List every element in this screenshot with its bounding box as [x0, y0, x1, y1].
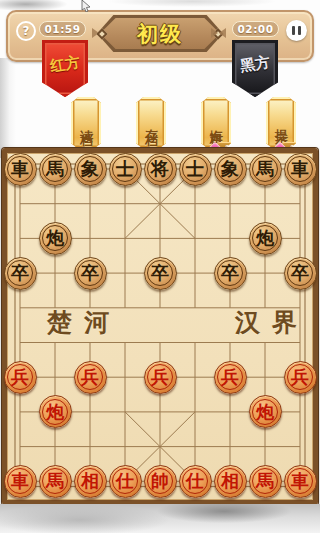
piece-black-士-f5r0[interactable]: 士	[179, 153, 212, 186]
piece-glyph: 将	[151, 160, 169, 178]
ink-wash-left	[0, 58, 16, 158]
red-timer: 01:59	[39, 21, 86, 37]
piece-red-兵-f8r6[interactable]: 兵	[284, 361, 317, 394]
question-icon: ?	[23, 24, 30, 38]
piece-black-炮-f1r2[interactable]: 炮	[39, 222, 72, 255]
xiangqi-board[interactable]: 楚河 汉界 車馬象士将士象馬車炮炮卒卒卒卒卒兵兵兵兵兵炮炮車馬相仕帥仕相馬車	[2, 148, 318, 505]
piece-glyph: 兵	[151, 368, 169, 386]
piece-glyph: 馬	[46, 472, 64, 490]
piece-black-卒-f8r3[interactable]: 卒	[284, 257, 317, 290]
piece-black-馬-f1r0[interactable]: 馬	[39, 153, 72, 186]
piece-glyph: 仕	[116, 472, 134, 490]
hint-button[interactable]: 提示 2	[266, 97, 296, 149]
piece-black-車-f0r0[interactable]: 車	[4, 153, 37, 186]
piece-glyph: 象	[81, 160, 99, 178]
piece-glyph: 車	[11, 472, 29, 490]
piece-black-象-f6r0[interactable]: 象	[214, 153, 247, 186]
piece-red-兵-f6r6[interactable]: 兵	[214, 361, 247, 394]
piece-red-車-f0r9[interactable]: 車	[4, 465, 37, 498]
ink-wash-bottom	[0, 504, 320, 533]
piece-glyph: 兵	[291, 368, 309, 386]
knot-ornament-icon	[211, 28, 226, 38]
piece-glyph: 兵	[81, 368, 99, 386]
piece-glyph: 卒	[81, 264, 99, 282]
river-label-left: 楚河	[47, 308, 121, 338]
piece-glyph: 炮	[256, 403, 274, 421]
piece-glyph: 卒	[11, 264, 29, 282]
piece-glyph: 兵	[11, 368, 29, 386]
black-timer: 02:00	[232, 21, 279, 37]
pause-icon	[292, 26, 295, 35]
black-side-label: 黑方	[239, 53, 272, 76]
save-game-label: 存档	[142, 119, 160, 127]
piece-red-兵-f2r6[interactable]: 兵	[74, 361, 107, 394]
piece-black-車-f8r0[interactable]: 車	[284, 153, 317, 186]
level-label: 初级	[97, 15, 223, 52]
piece-black-士-f3r0[interactable]: 士	[109, 153, 142, 186]
piece-red-車-f8r9[interactable]: 車	[284, 465, 317, 498]
piece-glyph: 卒	[151, 264, 169, 282]
piece-glyph: 炮	[46, 229, 64, 247]
piece-black-卒-f6r3[interactable]: 卒	[214, 257, 247, 290]
piece-glyph: 象	[221, 160, 239, 178]
piece-glyph: 士	[116, 160, 134, 178]
piece-red-馬-f1r9[interactable]: 馬	[39, 465, 72, 498]
load-game-button[interactable]: 读档	[71, 97, 101, 149]
red-side-ribbon: 红方	[42, 40, 88, 97]
load-game-label: 读档	[77, 119, 95, 127]
piece-glyph: 相	[221, 472, 239, 490]
game-screen: ? 01:59 初级 02:00 红方 黑方 读档 存档 悔棋 2	[0, 0, 320, 533]
black-side-ribbon: 黑方	[232, 40, 278, 97]
hint-label: 提示	[272, 119, 290, 127]
piece-red-仕-f3r9[interactable]: 仕	[109, 465, 142, 498]
piece-glyph: 車	[291, 160, 309, 178]
piece-black-将-f4r0[interactable]: 将	[144, 153, 177, 186]
piece-glyph: 車	[291, 472, 309, 490]
piece-red-炮-f1r7[interactable]: 炮	[39, 395, 72, 428]
piece-red-兵-f4r6[interactable]: 兵	[144, 361, 177, 394]
red-side-label: 红方	[49, 53, 82, 76]
piece-glyph: 仕	[186, 472, 204, 490]
piece-red-相-f2r9[interactable]: 相	[74, 465, 107, 498]
piece-black-炮-f7r2[interactable]: 炮	[249, 222, 282, 255]
piece-red-馬-f7r9[interactable]: 馬	[249, 465, 282, 498]
piece-glyph: 帥	[151, 472, 169, 490]
save-game-button[interactable]: 存档	[136, 97, 166, 149]
piece-glyph: 卒	[291, 264, 309, 282]
piece-red-相-f6r9[interactable]: 相	[214, 465, 247, 498]
mouse-cursor-icon	[81, 0, 91, 12]
piece-red-帥-f4r9[interactable]: 帥	[144, 465, 177, 498]
undo-move-button[interactable]: 悔棋 2	[201, 97, 231, 149]
piece-glyph: 相	[81, 472, 99, 490]
piece-black-卒-f0r3[interactable]: 卒	[4, 257, 37, 290]
piece-red-兵-f0r6[interactable]: 兵	[4, 361, 37, 394]
piece-black-卒-f2r3[interactable]: 卒	[74, 257, 107, 290]
piece-red-炮-f7r7[interactable]: 炮	[249, 395, 282, 428]
pause-icon	[298, 26, 301, 35]
piece-black-馬-f7r0[interactable]: 馬	[249, 153, 282, 186]
piece-glyph: 士	[186, 160, 204, 178]
piece-glyph: 馬	[46, 160, 64, 178]
piece-glyph: 炮	[256, 229, 274, 247]
help-button[interactable]: ?	[16, 21, 36, 41]
piece-glyph: 卒	[221, 264, 239, 282]
pause-button[interactable]	[286, 20, 307, 41]
piece-glyph: 馬	[256, 160, 274, 178]
piece-glyph: 馬	[256, 472, 274, 490]
piece-glyph: 兵	[221, 368, 239, 386]
piece-glyph: 炮	[46, 403, 64, 421]
level-banner: 初级	[97, 15, 223, 52]
piece-black-象-f2r0[interactable]: 象	[74, 153, 107, 186]
river-label-right: 汉界	[235, 308, 309, 338]
piece-black-卒-f4r3[interactable]: 卒	[144, 257, 177, 290]
board-field: 楚河 汉界 車馬象士将士象馬車炮炮卒卒卒卒卒兵兵兵兵兵炮炮車馬相仕帥仕相馬車	[7, 153, 313, 500]
piece-red-仕-f5r9[interactable]: 仕	[179, 465, 212, 498]
undo-move-label: 悔棋	[207, 119, 225, 127]
piece-glyph: 車	[11, 160, 29, 178]
